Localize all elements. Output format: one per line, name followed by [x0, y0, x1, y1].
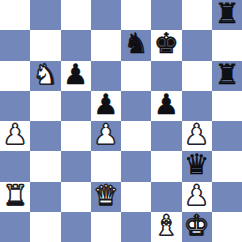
white-pawn-icon: ♟: [184, 182, 209, 210]
square-e2[interactable]: [121, 182, 151, 212]
square-h3[interactable]: [212, 151, 242, 181]
white-pawn-icon: ♟: [3, 121, 28, 149]
square-f6[interactable]: [151, 61, 181, 91]
black-pawn-icon: ♟: [93, 91, 118, 119]
white-bishop-icon: ♝: [154, 212, 179, 240]
black-rook-icon: ♜: [214, 61, 239, 89]
square-a6[interactable]: [0, 61, 30, 91]
white-king-icon: ♚: [184, 212, 209, 240]
square-c4[interactable]: [61, 121, 91, 151]
square-c1[interactable]: [61, 212, 91, 242]
square-e5[interactable]: [121, 91, 151, 121]
square-g5[interactable]: [182, 91, 212, 121]
square-e4[interactable]: [121, 121, 151, 151]
square-d8[interactable]: [91, 0, 121, 30]
square-c7[interactable]: [61, 30, 91, 60]
square-d2[interactable]: ♛: [91, 182, 121, 212]
black-pawn-icon: ♟: [154, 91, 179, 119]
square-b8[interactable]: [30, 0, 60, 30]
square-h2[interactable]: [212, 182, 242, 212]
square-b5[interactable]: [30, 91, 60, 121]
square-c6[interactable]: ♟: [61, 61, 91, 91]
square-d6[interactable]: [91, 61, 121, 91]
white-pawn-icon: ♟: [93, 121, 118, 149]
square-h7[interactable]: [212, 30, 242, 60]
square-c5[interactable]: [61, 91, 91, 121]
black-rook-icon: ♜: [214, 0, 239, 28]
square-a5[interactable]: [0, 91, 30, 121]
square-f2[interactable]: [151, 182, 181, 212]
square-f4[interactable]: [151, 121, 181, 151]
square-h1[interactable]: [212, 212, 242, 242]
square-e7[interactable]: ♞: [121, 30, 151, 60]
square-b7[interactable]: [30, 30, 60, 60]
square-c2[interactable]: [61, 182, 91, 212]
white-knight-icon: ♞: [33, 61, 58, 89]
chess-board: ♜♞♚♞♟♜♟♟♟♟♟♛♜♛♟♝♚: [0, 0, 242, 242]
square-e6[interactable]: [121, 61, 151, 91]
white-rook-icon: ♜: [3, 182, 28, 210]
square-a1[interactable]: [0, 212, 30, 242]
square-h5[interactable]: [212, 91, 242, 121]
white-pawn-icon: ♟: [184, 121, 209, 149]
square-c3[interactable]: [61, 151, 91, 181]
square-b3[interactable]: [30, 151, 60, 181]
square-f5[interactable]: ♟: [151, 91, 181, 121]
square-a2[interactable]: ♜: [0, 182, 30, 212]
white-queen-icon: ♛: [93, 182, 118, 210]
square-f1[interactable]: ♝: [151, 212, 181, 242]
square-b6[interactable]: ♞: [30, 61, 60, 91]
square-a3[interactable]: [0, 151, 30, 181]
square-d5[interactable]: ♟: [91, 91, 121, 121]
square-a8[interactable]: [0, 0, 30, 30]
black-king-icon: ♚: [154, 30, 179, 58]
square-e8[interactable]: [121, 0, 151, 30]
chess-board-container: ♜♞♚♞♟♜♟♟♟♟♟♛♜♛♟♝♚: [0, 0, 242, 242]
square-g1[interactable]: ♚: [182, 212, 212, 242]
square-d1[interactable]: [91, 212, 121, 242]
square-f7[interactable]: ♚: [151, 30, 181, 60]
square-e3[interactable]: [121, 151, 151, 181]
square-d4[interactable]: ♟: [91, 121, 121, 151]
square-g7[interactable]: [182, 30, 212, 60]
square-f3[interactable]: [151, 151, 181, 181]
square-a4[interactable]: ♟: [0, 121, 30, 151]
black-pawn-icon: ♟: [63, 61, 88, 89]
square-b4[interactable]: [30, 121, 60, 151]
square-g3[interactable]: ♛: [182, 151, 212, 181]
square-h4[interactable]: [212, 121, 242, 151]
square-d7[interactable]: [91, 30, 121, 60]
square-g6[interactable]: [182, 61, 212, 91]
square-g4[interactable]: ♟: [182, 121, 212, 151]
square-g2[interactable]: ♟: [182, 182, 212, 212]
square-g8[interactable]: [182, 0, 212, 30]
black-queen-icon: ♛: [184, 151, 209, 179]
square-h6[interactable]: ♜: [212, 61, 242, 91]
square-b2[interactable]: [30, 182, 60, 212]
square-e1[interactable]: [121, 212, 151, 242]
square-f8[interactable]: [151, 0, 181, 30]
square-h8[interactable]: ♜: [212, 0, 242, 30]
square-b1[interactable]: [30, 212, 60, 242]
square-a7[interactable]: [0, 30, 30, 60]
black-knight-icon: ♞: [124, 30, 149, 58]
square-d3[interactable]: [91, 151, 121, 181]
square-c8[interactable]: [61, 0, 91, 30]
